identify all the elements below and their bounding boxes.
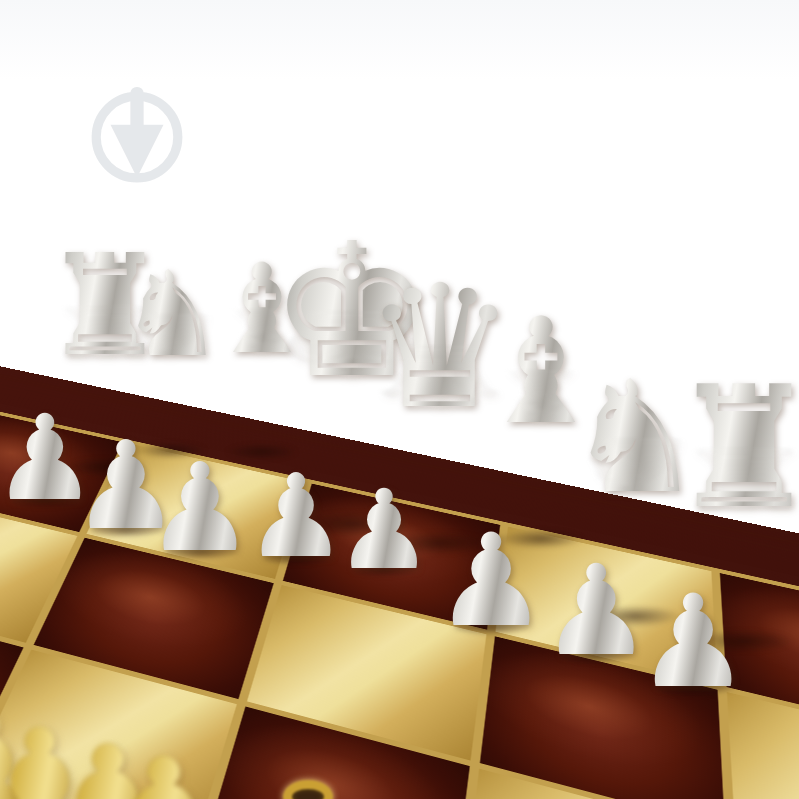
pawn-glyph: ♟ — [244, 459, 347, 574]
watermark-logo-icon — [86, 84, 188, 186]
chess-piece-silver-pawn: ♟ — [145, 447, 254, 569]
pawn-glyph: ♟ — [636, 578, 751, 706]
piece-reflection: ♜ — [669, 434, 799, 518]
chess-piece-silver-pawn: ♟ — [244, 459, 347, 574]
product-photo-stage: ♜♜♞♞♝♝♚♚♛♛♝♝♞♞♜♜♟♟♟♟♟♟♟♟♟♟♟♟ — [0, 0, 799, 799]
chess-piece-silver-pawn: ♟ — [434, 517, 549, 645]
pawn-glyph: ♟ — [335, 475, 434, 585]
gold-base-ring — [283, 780, 333, 799]
chess-piece-gold-pawn: ♟ — [72, 732, 256, 799]
pawn-glyph: ♟ — [434, 517, 549, 645]
chess-piece-silver-pawn: ♟ — [636, 578, 751, 706]
chess-piece-silver-pawn: ♟ — [335, 475, 434, 585]
pawn-glyph: ♟ — [72, 732, 256, 799]
pawn-glyph: ♟ — [145, 447, 254, 569]
